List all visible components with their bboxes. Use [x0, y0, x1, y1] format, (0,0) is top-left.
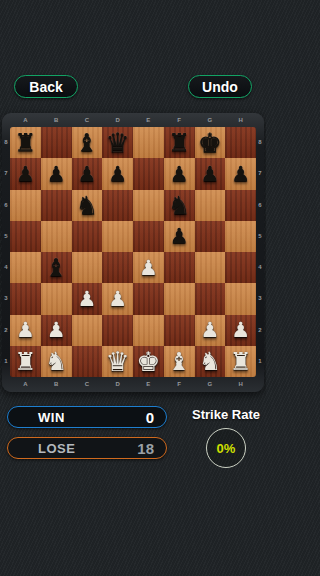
- rank-label-8: 8: [2, 127, 10, 158]
- white-pawn[interactable]: ♟: [41, 315, 72, 346]
- black-knight[interactable]: ♞: [164, 190, 195, 221]
- rank-label-6: 6: [2, 190, 10, 221]
- square-h2[interactable]: ♟: [225, 315, 256, 346]
- square-f1[interactable]: ♝: [164, 346, 195, 377]
- square-e1[interactable]: ♚: [133, 346, 164, 377]
- white-knight[interactable]: ♞: [41, 346, 72, 377]
- square-b1[interactable]: ♞: [41, 346, 72, 377]
- square-d4[interactable]: [102, 252, 133, 283]
- black-knight[interactable]: ♞: [72, 190, 103, 221]
- rank-label-4: 4: [256, 252, 264, 283]
- square-e7[interactable]: [133, 158, 164, 189]
- file-label-e: E: [133, 378, 164, 390]
- white-queen[interactable]: ♛: [102, 346, 133, 377]
- square-e3[interactable]: [133, 283, 164, 314]
- black-pawn[interactable]: ♟: [41, 158, 72, 189]
- file-label-b: B: [41, 114, 72, 126]
- square-g8[interactable]: ♚: [195, 127, 226, 158]
- white-pawn[interactable]: ♟: [133, 252, 164, 283]
- black-pawn[interactable]: ♟: [164, 158, 195, 189]
- black-rook[interactable]: ♜: [10, 127, 41, 158]
- square-a8[interactable]: ♜: [10, 127, 41, 158]
- white-pawn[interactable]: ♟: [72, 283, 103, 314]
- win-label: WIN: [38, 410, 65, 425]
- black-bishop[interactable]: ♝: [41, 252, 72, 283]
- back-button[interactable]: Back: [14, 75, 78, 98]
- chess-board-frame: ABCDEFGH 87654321 87654321 ♜♝♛♜♚♟♟♟♟♟♟♟♞…: [2, 113, 264, 392]
- lose-label: LOSE: [38, 441, 75, 456]
- black-pawn[interactable]: ♟: [10, 158, 41, 189]
- file-label-b: B: [41, 378, 72, 390]
- win-value: 0: [146, 409, 154, 426]
- square-d5[interactable]: [102, 221, 133, 252]
- lose-value: 18: [137, 440, 154, 457]
- square-g7[interactable]: ♟: [195, 158, 226, 189]
- black-pawn[interactable]: ♟: [72, 158, 103, 189]
- file-label-h: H: [225, 114, 256, 126]
- square-a5[interactable]: [10, 221, 41, 252]
- square-c7[interactable]: ♟: [72, 158, 103, 189]
- square-b2[interactable]: ♟: [41, 315, 72, 346]
- square-g4[interactable]: [195, 252, 226, 283]
- white-pawn[interactable]: ♟: [102, 283, 133, 314]
- white-pawn[interactable]: ♟: [195, 315, 226, 346]
- square-f4[interactable]: [164, 252, 195, 283]
- file-label-a: A: [10, 114, 41, 126]
- white-pawn[interactable]: ♟: [10, 315, 41, 346]
- square-h6[interactable]: [225, 190, 256, 221]
- black-pawn[interactable]: ♟: [225, 158, 256, 189]
- square-d2[interactable]: [102, 315, 133, 346]
- square-a3[interactable]: [10, 283, 41, 314]
- lose-counter: LOSE 18: [7, 437, 167, 459]
- rank-label-7: 7: [256, 158, 264, 189]
- square-b7[interactable]: ♟: [41, 158, 72, 189]
- square-g1[interactable]: ♞: [195, 346, 226, 377]
- strike-rate-value: 0%: [217, 441, 236, 456]
- white-rook[interactable]: ♜: [10, 346, 41, 377]
- white-rook[interactable]: ♜: [225, 346, 256, 377]
- white-bishop[interactable]: ♝: [164, 346, 195, 377]
- square-d1[interactable]: ♛: [102, 346, 133, 377]
- square-c4[interactable]: [72, 252, 103, 283]
- square-h4[interactable]: [225, 252, 256, 283]
- strike-rate-label: Strike Rate: [186, 407, 266, 422]
- rank-label-2: 2: [2, 315, 10, 346]
- rank-labels-left: 87654321: [2, 127, 10, 377]
- strike-rate-badge: 0%: [206, 428, 246, 468]
- rank-label-6: 6: [256, 190, 264, 221]
- square-g6[interactable]: [195, 190, 226, 221]
- file-labels-top: ABCDEFGH: [10, 114, 256, 126]
- square-h3[interactable]: [225, 283, 256, 314]
- chess-board[interactable]: ♜♝♛♜♚♟♟♟♟♟♟♟♞♞♟♝♟♟♟♟♟♟♟♜♞♛♚♝♞♜: [10, 127, 256, 377]
- rank-label-5: 5: [256, 221, 264, 252]
- square-a4[interactable]: [10, 252, 41, 283]
- square-f2[interactable]: [164, 315, 195, 346]
- square-c1[interactable]: [72, 346, 103, 377]
- square-f8[interactable]: ♜: [164, 127, 195, 158]
- black-bishop[interactable]: ♝: [72, 127, 103, 158]
- square-b6[interactable]: [41, 190, 72, 221]
- square-g3[interactable]: [195, 283, 226, 314]
- file-label-c: C: [72, 378, 103, 390]
- black-pawn[interactable]: ♟: [102, 158, 133, 189]
- square-a6[interactable]: [10, 190, 41, 221]
- rank-label-3: 3: [2, 283, 10, 314]
- square-d3[interactable]: ♟: [102, 283, 133, 314]
- file-label-d: D: [102, 114, 133, 126]
- black-pawn[interactable]: ♟: [164, 221, 195, 252]
- square-a7[interactable]: ♟: [10, 158, 41, 189]
- rank-labels-right: 87654321: [256, 127, 264, 377]
- rank-label-7: 7: [2, 158, 10, 189]
- square-e6[interactable]: [133, 190, 164, 221]
- square-b4[interactable]: ♝: [41, 252, 72, 283]
- file-label-h: H: [225, 378, 256, 390]
- win-counter: WIN 0: [7, 406, 167, 428]
- square-e4[interactable]: ♟: [133, 252, 164, 283]
- rank-label-4: 4: [2, 252, 10, 283]
- square-c5[interactable]: [72, 221, 103, 252]
- square-a2[interactable]: ♟: [10, 315, 41, 346]
- square-e8[interactable]: [133, 127, 164, 158]
- square-b5[interactable]: [41, 221, 72, 252]
- square-h8[interactable]: [225, 127, 256, 158]
- rank-label-1: 1: [2, 346, 10, 377]
- square-e2[interactable]: [133, 315, 164, 346]
- square-c6[interactable]: ♞: [72, 190, 103, 221]
- file-label-c: C: [72, 114, 103, 126]
- square-h1[interactable]: ♜: [225, 346, 256, 377]
- file-label-g: G: [195, 114, 226, 126]
- file-labels-bottom: ABCDEFGH: [10, 378, 256, 390]
- square-h7[interactable]: ♟: [225, 158, 256, 189]
- white-pawn[interactable]: ♟: [225, 315, 256, 346]
- square-f6[interactable]: ♞: [164, 190, 195, 221]
- rank-label-8: 8: [256, 127, 264, 158]
- square-g5[interactable]: [195, 221, 226, 252]
- square-c2[interactable]: [72, 315, 103, 346]
- rank-label-5: 5: [2, 221, 10, 252]
- rank-label-3: 3: [256, 283, 264, 314]
- square-c8[interactable]: ♝: [72, 127, 103, 158]
- white-king[interactable]: ♚: [133, 346, 164, 377]
- white-knight[interactable]: ♞: [195, 346, 226, 377]
- file-label-g: G: [195, 378, 226, 390]
- file-label-f: F: [164, 114, 195, 126]
- square-d8[interactable]: ♛: [102, 127, 133, 158]
- square-g2[interactable]: ♟: [195, 315, 226, 346]
- square-f5[interactable]: ♟: [164, 221, 195, 252]
- square-c3[interactable]: ♟: [72, 283, 103, 314]
- file-label-d: D: [102, 378, 133, 390]
- file-label-a: A: [10, 378, 41, 390]
- black-king[interactable]: ♚: [195, 127, 226, 158]
- square-e5[interactable]: [133, 221, 164, 252]
- square-f7[interactable]: ♟: [164, 158, 195, 189]
- square-b3[interactable]: [41, 283, 72, 314]
- undo-button[interactable]: Undo: [188, 75, 252, 98]
- square-d7[interactable]: ♟: [102, 158, 133, 189]
- file-label-f: F: [164, 378, 195, 390]
- square-a1[interactable]: ♜: [10, 346, 41, 377]
- square-f3[interactable]: [164, 283, 195, 314]
- black-pawn[interactable]: ♟: [195, 158, 226, 189]
- square-d6[interactable]: [102, 190, 133, 221]
- rank-label-2: 2: [256, 315, 264, 346]
- black-rook[interactable]: ♜: [164, 127, 195, 158]
- file-label-e: E: [133, 114, 164, 126]
- black-queen[interactable]: ♛: [102, 127, 133, 158]
- rank-label-1: 1: [256, 346, 264, 377]
- square-b8[interactable]: [41, 127, 72, 158]
- square-h5[interactable]: [225, 221, 256, 252]
